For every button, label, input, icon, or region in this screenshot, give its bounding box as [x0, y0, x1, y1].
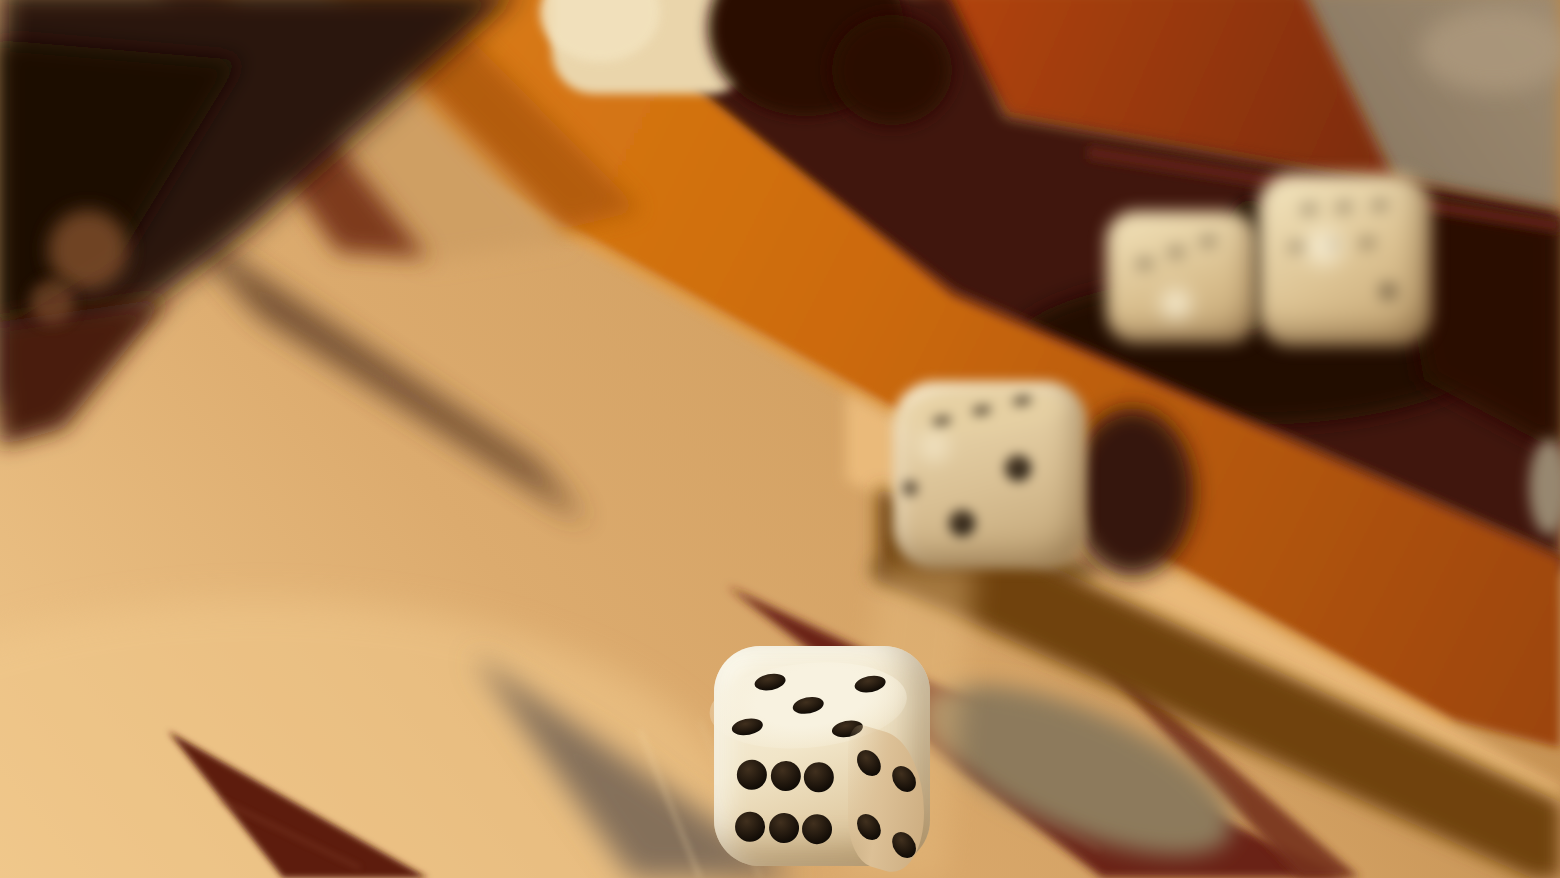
die-tray-right-top-face: [1245, 184, 1430, 268]
die-pip: [804, 762, 835, 793]
die-pip: [1336, 203, 1353, 211]
die-pip: [769, 813, 800, 844]
die-pip: [790, 696, 828, 713]
die-pip: [751, 673, 789, 690]
dice-cup-opening-shadow: [832, 15, 952, 125]
die-pip: [1288, 242, 1305, 250]
die-pip: [771, 761, 802, 792]
die-foreground: [714, 646, 930, 866]
die-pip: [949, 510, 975, 536]
die-midground-front-face: [920, 426, 1060, 565]
die-pip: [1300, 205, 1317, 213]
die-pip: [1168, 247, 1186, 255]
die-tray-right: [1258, 174, 1432, 346]
die-pip: [1199, 237, 1217, 245]
die-pip: [1323, 240, 1340, 248]
die-pip: [892, 763, 916, 795]
die-pip: [1380, 283, 1396, 299]
die-tray-left-top-face: [1096, 224, 1254, 283]
die-midground: [893, 381, 1087, 569]
die-pip: [892, 829, 916, 861]
die-tray-right-side-face: [1359, 257, 1418, 326]
die-pip: [1010, 397, 1033, 406]
die-foreground-front-face: [716, 736, 854, 866]
die-pip: [1005, 455, 1031, 481]
die-midground-left-face: [889, 460, 932, 516]
die-tray-left: [1106, 211, 1258, 343]
bokeh-highlight: [48, 210, 128, 290]
die-pip: [851, 675, 889, 692]
die-pip: [1358, 238, 1375, 246]
die-pip: [930, 416, 953, 425]
die-pip: [735, 812, 766, 843]
die-pip: [1371, 201, 1388, 209]
die-pip: [903, 481, 918, 496]
die-pip: [970, 406, 993, 415]
die-pip: [1136, 259, 1154, 267]
die-pip: [857, 747, 881, 779]
die-pip: [802, 814, 833, 845]
die-pip: [737, 759, 768, 790]
bokeh-highlight-small: [30, 280, 74, 324]
tray-arch-shadow: [1070, 408, 1194, 576]
die-pip: [857, 811, 881, 843]
backgammon-photo-scene: [0, 0, 1560, 878]
die-pip: [728, 718, 766, 735]
